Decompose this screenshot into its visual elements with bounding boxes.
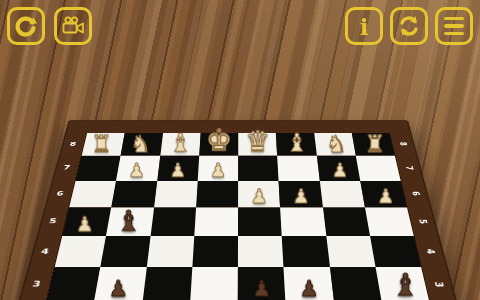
square-e8[interactable]: ♛: [238, 133, 277, 156]
square-c4[interactable]: [146, 236, 194, 267]
square-c5[interactable]: [150, 207, 196, 236]
white-pawn-d7[interactable]: ♟: [198, 161, 239, 180]
square-a4[interactable]: [55, 236, 106, 267]
board-scene: ♜♞♝♚♛♝♞♜♟♟♟♟♟♟♟♟♝♟♟♟♝♟♟♟♟♟♜♞♛♚♞ ABCDEFGH…: [0, 0, 480, 300]
white-pawn-c7[interactable]: ♟: [157, 161, 198, 180]
toolbar-left: [7, 7, 92, 45]
square-b6[interactable]: [111, 181, 156, 208]
square-d8[interactable]: ♚: [199, 133, 238, 156]
restart-arrow-icon: [14, 14, 38, 38]
white-bishop-f8[interactable]: ♝: [277, 130, 316, 155]
square-g5[interactable]: [323, 207, 370, 236]
square-a8[interactable]: ♜: [82, 133, 125, 156]
white-queen-e8[interactable]: ♛: [238, 127, 277, 156]
square-c3[interactable]: [142, 267, 192, 300]
square-g3[interactable]: [330, 267, 382, 300]
chess-board-3d: ♜♞♝♚♛♝♞♜♟♟♟♟♟♟♟♟♝♟♟♟♝♟♟♟♟♟♜♞♛♚♞ ABCDEFGH…: [0, 120, 480, 300]
square-d5[interactable]: [194, 207, 238, 236]
square-e6[interactable]: ♟: [238, 181, 280, 208]
menu-button[interactable]: [435, 7, 473, 45]
chess-board-grid: ♜♞♝♚♛♝♞♜♟♟♟♟♟♟♟♟♝♟♟♟♝♟♟♟♟♟♜♞♛♚♞: [26, 133, 449, 300]
square-e5[interactable]: [238, 207, 282, 236]
rank-label-7: 7: [388, 161, 432, 175]
square-b7[interactable]: ♟: [116, 156, 160, 181]
video-camera-icon: [61, 14, 85, 38]
square-e3[interactable]: ♟: [238, 267, 286, 300]
black-bishop-h3[interactable]: ♝: [381, 270, 429, 300]
square-c7[interactable]: ♟: [157, 156, 199, 181]
square-c6[interactable]: [154, 181, 198, 208]
square-f4[interactable]: [282, 236, 330, 267]
square-a7[interactable]: [76, 156, 121, 181]
square-g6[interactable]: [319, 181, 364, 208]
restart-button[interactable]: [7, 7, 45, 45]
white-king-d8[interactable]: ♚: [199, 125, 238, 156]
white-pawn-b7[interactable]: ♟: [117, 161, 158, 180]
square-b5[interactable]: ♝: [106, 207, 153, 236]
square-c8[interactable]: ♝: [160, 133, 201, 156]
square-f3[interactable]: ♟: [284, 267, 334, 300]
toolbar-right: i: [345, 7, 473, 45]
square-h4[interactable]: [370, 236, 421, 267]
square-d7[interactable]: ♟: [198, 156, 239, 181]
black-pawn-e3[interactable]: ♟: [238, 278, 286, 300]
black-pawn-b3[interactable]: ♟: [95, 278, 143, 300]
rank-label-8: 8: [383, 137, 425, 150]
camera-button[interactable]: [54, 7, 92, 45]
sync-button[interactable]: [390, 7, 428, 45]
white-bishop-c8[interactable]: ♝: [160, 130, 199, 155]
white-knight-b8[interactable]: ♞: [121, 132, 160, 156]
hamburger-menu-icon: [444, 17, 464, 36]
white-knight-g8[interactable]: ♞: [316, 132, 355, 156]
square-a5[interactable]: ♟: [62, 207, 111, 236]
square-h3[interactable]: ♝: [375, 267, 429, 300]
square-e7[interactable]: [238, 156, 279, 181]
white-pawn-a5[interactable]: ♟: [63, 215, 107, 236]
black-pawn-f3[interactable]: ♟: [285, 278, 333, 300]
square-e4[interactable]: [238, 236, 284, 267]
square-b4[interactable]: [101, 236, 151, 267]
square-g7[interactable]: ♟: [317, 156, 361, 181]
board-frame: ♜♞♝♚♛♝♞♜♟♟♟♟♟♟♟♟♝♟♟♟♝♟♟♟♟♟♜♞♛♚♞ ABCDEFGH…: [0, 120, 480, 300]
square-d4[interactable]: [192, 236, 238, 267]
white-rook-a8[interactable]: ♜: [82, 132, 121, 156]
white-pawn-e6[interactable]: ♟: [238, 187, 280, 207]
square-d3[interactable]: [190, 267, 238, 300]
square-g4[interactable]: [326, 236, 375, 267]
white-pawn-f6[interactable]: ♟: [280, 187, 322, 207]
square-f6[interactable]: ♟: [279, 181, 323, 208]
square-d6[interactable]: [196, 181, 238, 208]
square-f5[interactable]: [280, 207, 326, 236]
square-b8[interactable]: ♞: [121, 133, 163, 156]
rank-label-6: 6: [394, 186, 439, 201]
square-a6[interactable]: [69, 181, 116, 208]
white-pawn-g7[interactable]: ♟: [319, 161, 360, 180]
black-bishop-b5[interactable]: ♝: [107, 207, 151, 235]
square-b3[interactable]: ♟: [94, 267, 146, 300]
square-a3[interactable]: [46, 267, 100, 300]
info-icon: i: [360, 15, 369, 38]
sync-arrows-icon: [397, 14, 421, 38]
square-f7[interactable]: [277, 156, 319, 181]
square-g8[interactable]: ♞: [314, 133, 356, 156]
rank-label-5: 5: [400, 213, 447, 229]
square-f8[interactable]: ♝: [276, 133, 316, 156]
info-button[interactable]: i: [345, 7, 383, 45]
